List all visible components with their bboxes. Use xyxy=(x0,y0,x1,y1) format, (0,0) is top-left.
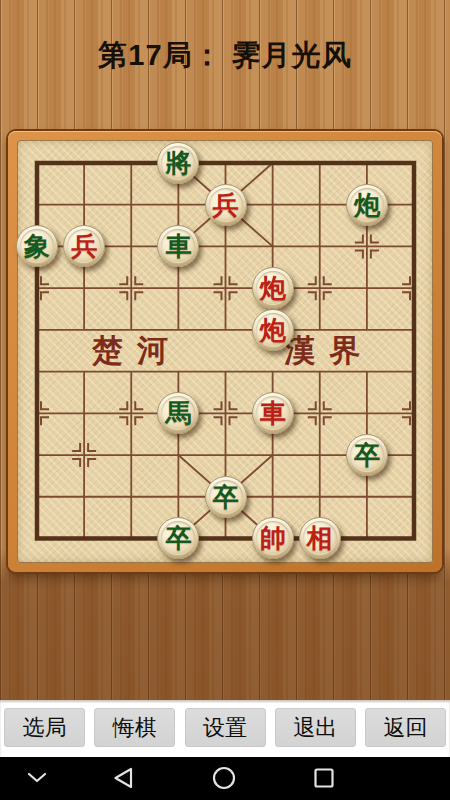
piece-green-cannon[interactable]: 炮 xyxy=(346,184,388,226)
toolbar: 选局 悔棋 设置 退出 返回 xyxy=(0,700,450,757)
piece-glyph: 象 xyxy=(17,226,57,266)
piece-glyph: 車 xyxy=(253,393,293,433)
piece-glyph: 炮 xyxy=(347,185,387,225)
piece-green-soldier[interactable]: 卒 xyxy=(157,517,199,559)
piece-glyph: 兵 xyxy=(64,226,104,266)
piece-glyph: 兵 xyxy=(206,185,246,225)
select-game-button[interactable]: 选局 xyxy=(4,708,85,747)
piece-glyph: 馬 xyxy=(158,393,198,433)
undo-move-button[interactable]: 悔棋 xyxy=(94,708,175,747)
settings-button[interactable]: 设置 xyxy=(185,708,266,747)
piece-red-elephant[interactable]: 相 xyxy=(299,517,341,559)
back-button[interactable]: 返回 xyxy=(365,708,446,747)
piece-green-general[interactable]: 將 xyxy=(157,142,199,184)
page-title: 第17局： 霁月光风 xyxy=(0,36,450,76)
piece-red-cannon[interactable]: 炮 xyxy=(252,267,294,309)
piece-glyph: 卒 xyxy=(158,518,198,558)
piece-glyph: 相 xyxy=(300,518,340,558)
piece-glyph: 卒 xyxy=(206,477,246,517)
chevron-down-icon[interactable] xyxy=(29,774,45,781)
piece-glyph: 卒 xyxy=(347,435,387,475)
piece-green-horse[interactable]: 馬 xyxy=(157,392,199,434)
piece-green-elephant[interactable]: 象 xyxy=(16,225,58,267)
river-label-left: 楚河 xyxy=(78,330,182,372)
piece-red-soldier[interactable]: 兵 xyxy=(205,184,247,226)
piece-green-soldier[interactable]: 卒 xyxy=(346,434,388,476)
home-icon[interactable] xyxy=(214,768,234,788)
piece-green-chariot[interactable]: 車 xyxy=(157,225,199,267)
back-icon[interactable] xyxy=(116,769,132,787)
piece-red-soldier[interactable]: 兵 xyxy=(63,225,105,267)
piece-red-general[interactable]: 帥 xyxy=(252,517,294,559)
exit-button[interactable]: 退出 xyxy=(275,708,356,747)
piece-glyph: 車 xyxy=(158,226,198,266)
recents-icon[interactable] xyxy=(316,770,333,787)
piece-glyph: 炮 xyxy=(253,268,293,308)
piece-green-soldier[interactable]: 卒 xyxy=(205,476,247,518)
android-navbar xyxy=(0,757,450,800)
piece-red-cannon[interactable]: 炮 xyxy=(252,309,294,351)
app-screen: 第17局： 霁月光风 楚河 漢界 將兵炮象兵車炮炮馬車卒卒卒帥相 选局 悔棋 设… xyxy=(0,0,450,800)
piece-glyph: 將 xyxy=(158,143,198,183)
piece-glyph: 炮 xyxy=(253,310,293,350)
piece-red-chariot[interactable]: 車 xyxy=(252,392,294,434)
piece-glyph: 帥 xyxy=(253,518,293,558)
